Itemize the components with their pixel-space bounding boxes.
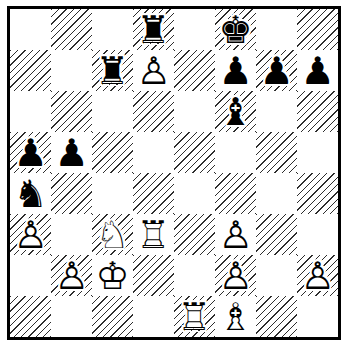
square-h1[interactable] [297, 296, 338, 337]
square-h8[interactable] [297, 9, 338, 50]
square-g2[interactable] [256, 255, 297, 296]
white-pawn-piece: ♙ [133, 50, 174, 91]
square-d2[interactable] [133, 255, 174, 296]
white-rook-piece: ♖ [174, 296, 215, 337]
white-pawn-piece: ♙ [215, 214, 256, 255]
square-c3[interactable]: ♞♘ [92, 214, 133, 255]
square-e6[interactable] [174, 91, 215, 132]
square-c2[interactable]: ♚♔ [92, 255, 133, 296]
white-pawn-piece-fill: ♟ [215, 214, 256, 255]
square-h5[interactable] [297, 132, 338, 173]
square-g1[interactable] [256, 296, 297, 337]
white-king-piece: ♔ [92, 255, 133, 296]
white-pawn-piece-fill: ♟ [215, 255, 256, 296]
square-c8[interactable] [92, 9, 133, 50]
square-f6[interactable]: ♝ [215, 91, 256, 132]
square-f7[interactable]: ♟ [215, 50, 256, 91]
square-e8[interactable] [174, 9, 215, 50]
black-pawn-piece: ♟ [215, 50, 256, 91]
square-a3[interactable]: ♟♙ [10, 214, 51, 255]
white-bishop-piece-fill: ♝ [215, 296, 256, 337]
square-b4[interactable] [51, 173, 92, 214]
square-h7[interactable]: ♟ [297, 50, 338, 91]
white-pawn-piece-fill: ♟ [51, 255, 92, 296]
white-pawn-piece: ♙ [51, 255, 92, 296]
square-a1[interactable] [10, 296, 51, 337]
square-d3[interactable]: ♜♖ [133, 214, 174, 255]
square-f4[interactable] [215, 173, 256, 214]
black-rook-piece: ♜ [92, 50, 133, 91]
square-c4[interactable] [92, 173, 133, 214]
square-f2[interactable]: ♟♙ [215, 255, 256, 296]
white-pawn-piece-fill: ♟ [297, 255, 338, 296]
black-pawn-piece: ♟ [51, 132, 92, 173]
square-f5[interactable] [215, 132, 256, 173]
square-e4[interactable] [174, 173, 215, 214]
square-e1[interactable]: ♜♖ [174, 296, 215, 337]
black-knight-piece: ♞ [10, 173, 51, 214]
square-c6[interactable] [92, 91, 133, 132]
square-g4[interactable] [256, 173, 297, 214]
square-b8[interactable] [51, 9, 92, 50]
white-rook-piece-fill: ♜ [133, 214, 174, 255]
chessboard: ♜♚♜♟♙♟♟♟♝♟♟♞♟♙♞♘♜♖♟♙♟♙♚♔♟♙♟♙♜♖♝♗ [7, 6, 341, 340]
white-pawn-piece: ♙ [215, 255, 256, 296]
square-f1[interactable]: ♝♗ [215, 296, 256, 337]
square-g7[interactable]: ♟ [256, 50, 297, 91]
square-d1[interactable] [133, 296, 174, 337]
white-pawn-piece: ♙ [297, 255, 338, 296]
white-rook-piece-fill: ♜ [174, 296, 215, 337]
white-pawn-piece: ♙ [10, 214, 51, 255]
square-g3[interactable] [256, 214, 297, 255]
square-h2[interactable]: ♟♙ [297, 255, 338, 296]
square-c7[interactable]: ♜ [92, 50, 133, 91]
square-b1[interactable] [51, 296, 92, 337]
square-a7[interactable] [10, 50, 51, 91]
square-c5[interactable] [92, 132, 133, 173]
square-d8[interactable]: ♜ [133, 9, 174, 50]
black-pawn-piece: ♟ [256, 50, 297, 91]
square-h6[interactable] [297, 91, 338, 132]
white-bishop-piece: ♗ [215, 296, 256, 337]
square-e2[interactable] [174, 255, 215, 296]
square-c1[interactable] [92, 296, 133, 337]
white-pawn-piece-fill: ♟ [10, 214, 51, 255]
square-d6[interactable] [133, 91, 174, 132]
square-g8[interactable] [256, 9, 297, 50]
square-d4[interactable] [133, 173, 174, 214]
square-b2[interactable]: ♟♙ [51, 255, 92, 296]
white-knight-piece-fill: ♞ [92, 214, 133, 255]
black-pawn-piece: ♟ [10, 132, 51, 173]
square-g6[interactable] [256, 91, 297, 132]
white-knight-piece: ♘ [92, 214, 133, 255]
white-king-piece-fill: ♚ [92, 255, 133, 296]
square-b7[interactable] [51, 50, 92, 91]
square-a8[interactable] [10, 9, 51, 50]
square-a2[interactable] [10, 255, 51, 296]
square-e7[interactable] [174, 50, 215, 91]
black-rook-piece: ♜ [133, 9, 174, 50]
black-king-piece: ♚ [215, 9, 256, 50]
square-g5[interactable] [256, 132, 297, 173]
white-rook-piece: ♖ [133, 214, 174, 255]
square-d5[interactable] [133, 132, 174, 173]
square-b3[interactable] [51, 214, 92, 255]
square-d7[interactable]: ♟♙ [133, 50, 174, 91]
square-f3[interactable]: ♟♙ [215, 214, 256, 255]
black-pawn-piece: ♟ [297, 50, 338, 91]
white-pawn-piece-fill: ♟ [133, 50, 174, 91]
square-f8[interactable]: ♚ [215, 9, 256, 50]
square-b5[interactable]: ♟ [51, 132, 92, 173]
square-a6[interactable] [10, 91, 51, 132]
square-h4[interactable] [297, 173, 338, 214]
square-h3[interactable] [297, 214, 338, 255]
square-b6[interactable] [51, 91, 92, 132]
square-e5[interactable] [174, 132, 215, 173]
square-a5[interactable]: ♟ [10, 132, 51, 173]
square-e3[interactable] [174, 214, 215, 255]
black-bishop-piece: ♝ [215, 91, 256, 132]
square-a4[interactable]: ♞ [10, 173, 51, 214]
